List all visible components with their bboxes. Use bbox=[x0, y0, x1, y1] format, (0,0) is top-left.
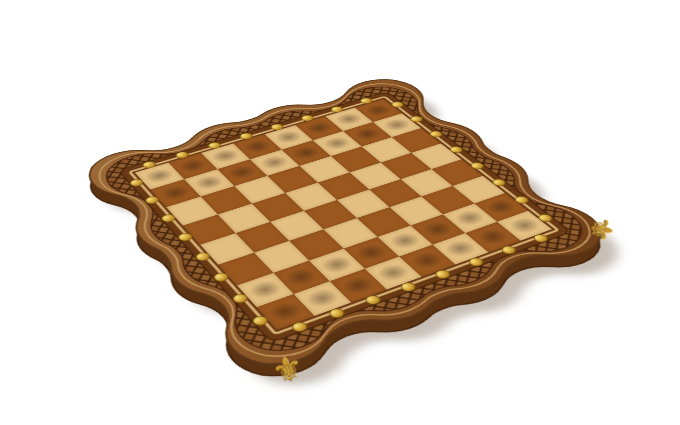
product-photo-scene: ♜♞♝♛♚♝♞♜♟♟♟♟♟♟♟♟♟♟♟♟♟♟♟♟♜♞♝♛♚♝♞♜ ⚜ ⚜ bbox=[0, 0, 680, 425]
board-case: ♜♞♝♛♚♝♞♜♟♟♟♟♟♟♟♟♟♟♟♟♟♟♟♟♜♞♝♛♚♝♞♜ bbox=[67, 69, 630, 384]
brass-clasp: ⚜ bbox=[584, 213, 618, 245]
royal-finial bbox=[253, 73, 261, 82]
royal-finial bbox=[285, 61, 293, 71]
